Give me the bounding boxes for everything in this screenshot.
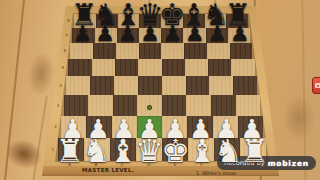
square-e5[interactable] [162, 59, 185, 76]
square-f4[interactable] [186, 76, 210, 95]
rank-label-6: 6 [63, 48, 66, 53]
mobizen-recorder-button[interactable] [312, 77, 320, 94]
square-h4[interactable] [233, 76, 257, 95]
square-e3[interactable] [162, 95, 187, 116]
square-h3[interactable] [236, 95, 261, 116]
rank-label-4: 4 [59, 83, 62, 88]
rank-label-5: 5 [61, 65, 64, 70]
square-f5[interactable] [185, 59, 208, 76]
rank-label-3: 3 [57, 103, 60, 108]
square-b4[interactable] [90, 76, 114, 95]
square-a3[interactable] [64, 95, 89, 116]
square-c3[interactable] [113, 95, 138, 116]
square-g5[interactable] [208, 59, 231, 76]
square-c5[interactable] [115, 59, 138, 76]
square-d5[interactable] [138, 59, 161, 76]
square-h5[interactable] [231, 59, 254, 76]
mobizen-logo: mobizen [268, 159, 309, 168]
square-c4[interactable] [114, 76, 138, 95]
square-a4[interactable] [66, 76, 90, 95]
square-g3[interactable] [211, 95, 236, 116]
square-e4[interactable] [162, 76, 186, 95]
piece-black-pawn-h7[interactable]: ♟ [226, 23, 254, 45]
square-f3[interactable] [186, 95, 211, 116]
square-b5[interactable] [92, 59, 115, 76]
move-hint-dot-d4[interactable] [148, 86, 152, 90]
chess-app-screen: MASTER LEVEL. 1. White's move ABCDEFGH87… [0, 0, 320, 180]
square-g4[interactable] [209, 76, 233, 95]
record-dot-icon [317, 85, 319, 87]
square-b3[interactable] [88, 95, 113, 116]
square-a5[interactable] [68, 59, 91, 76]
piece-white-rook-h1[interactable]: ♜ [239, 135, 271, 167]
